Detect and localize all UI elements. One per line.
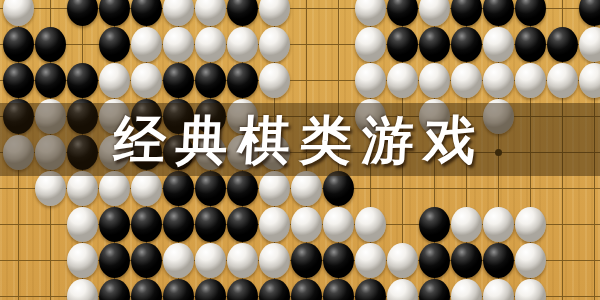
black-stone[interactable]	[515, 27, 546, 62]
white-stone[interactable]	[3, 0, 34, 26]
white-stone[interactable]	[355, 0, 386, 26]
black-stone[interactable]	[35, 27, 66, 62]
black-stone[interactable]	[355, 279, 386, 300]
white-stone[interactable]	[259, 207, 290, 242]
white-stone[interactable]	[579, 63, 600, 98]
white-stone[interactable]	[579, 27, 600, 62]
black-stone[interactable]	[483, 0, 514, 26]
black-stone[interactable]	[163, 207, 194, 242]
white-stone[interactable]	[227, 27, 258, 62]
white-stone[interactable]	[515, 279, 546, 300]
black-stone[interactable]	[195, 279, 226, 300]
white-stone[interactable]	[227, 243, 258, 278]
black-stone[interactable]	[515, 0, 546, 26]
black-stone[interactable]	[259, 279, 290, 300]
black-stone[interactable]	[131, 0, 162, 26]
black-stone[interactable]	[419, 243, 450, 278]
black-stone[interactable]	[195, 63, 226, 98]
black-stone[interactable]	[3, 63, 34, 98]
white-stone[interactable]	[195, 0, 226, 26]
white-stone[interactable]	[355, 27, 386, 62]
black-stone[interactable]	[67, 0, 98, 26]
black-stone[interactable]	[99, 279, 130, 300]
white-stone[interactable]	[67, 279, 98, 300]
white-stone[interactable]	[259, 0, 290, 26]
black-stone[interactable]	[291, 279, 322, 300]
black-stone[interactable]	[131, 243, 162, 278]
black-stone[interactable]	[99, 207, 130, 242]
black-stone[interactable]	[227, 0, 258, 26]
black-stone[interactable]	[579, 0, 600, 26]
white-stone[interactable]	[387, 63, 418, 98]
black-stone[interactable]	[227, 207, 258, 242]
white-stone[interactable]	[355, 63, 386, 98]
white-stone[interactable]	[515, 63, 546, 98]
black-stone[interactable]	[451, 27, 482, 62]
black-stone[interactable]	[163, 63, 194, 98]
white-stone[interactable]	[483, 63, 514, 98]
black-stone[interactable]	[419, 207, 450, 242]
white-stone[interactable]	[259, 243, 290, 278]
white-stone[interactable]	[259, 27, 290, 62]
white-stone[interactable]	[451, 279, 482, 300]
white-stone[interactable]	[515, 243, 546, 278]
white-stone[interactable]	[131, 27, 162, 62]
black-stone[interactable]	[35, 63, 66, 98]
black-stone[interactable]	[67, 63, 98, 98]
black-stone[interactable]	[99, 27, 130, 62]
white-stone[interactable]	[355, 243, 386, 278]
black-stone[interactable]	[419, 27, 450, 62]
white-stone[interactable]	[163, 243, 194, 278]
black-stone[interactable]	[195, 207, 226, 242]
black-stone[interactable]	[387, 27, 418, 62]
white-stone[interactable]	[483, 207, 514, 242]
white-stone[interactable]	[163, 0, 194, 26]
white-stone[interactable]	[195, 243, 226, 278]
black-stone[interactable]	[451, 0, 482, 26]
black-stone[interactable]	[483, 243, 514, 278]
white-stone[interactable]	[355, 207, 386, 242]
white-stone[interactable]	[259, 63, 290, 98]
black-stone[interactable]	[131, 279, 162, 300]
black-stone[interactable]	[323, 243, 354, 278]
white-stone[interactable]	[131, 63, 162, 98]
black-stone[interactable]	[3, 27, 34, 62]
white-stone[interactable]	[323, 207, 354, 242]
white-stone[interactable]	[483, 279, 514, 300]
black-stone[interactable]	[451, 243, 482, 278]
black-stone[interactable]	[387, 0, 418, 26]
white-stone[interactable]	[67, 207, 98, 242]
white-stone[interactable]	[515, 207, 546, 242]
black-stone[interactable]	[323, 279, 354, 300]
banner-title: 经典棋类游戏	[0, 106, 600, 176]
black-stone[interactable]	[99, 243, 130, 278]
black-stone[interactable]	[227, 279, 258, 300]
white-stone[interactable]	[291, 207, 322, 242]
white-stone[interactable]	[387, 279, 418, 300]
black-stone[interactable]	[227, 63, 258, 98]
black-stone[interactable]	[99, 0, 130, 26]
white-stone[interactable]	[483, 27, 514, 62]
black-stone[interactable]	[419, 279, 450, 300]
white-stone[interactable]	[163, 27, 194, 62]
white-stone[interactable]	[451, 207, 482, 242]
white-stone[interactable]	[419, 0, 450, 26]
white-stone[interactable]	[195, 27, 226, 62]
white-stone[interactable]	[387, 243, 418, 278]
white-stone[interactable]	[547, 63, 578, 98]
black-stone[interactable]	[163, 279, 194, 300]
white-stone[interactable]	[99, 63, 130, 98]
white-stone[interactable]	[67, 243, 98, 278]
black-stone[interactable]	[547, 27, 578, 62]
black-stone[interactable]	[291, 243, 322, 278]
white-stone[interactable]	[451, 63, 482, 98]
white-stone[interactable]	[419, 63, 450, 98]
black-stone[interactable]	[131, 207, 162, 242]
screenshot-root: 经典棋类游戏	[0, 0, 600, 300]
